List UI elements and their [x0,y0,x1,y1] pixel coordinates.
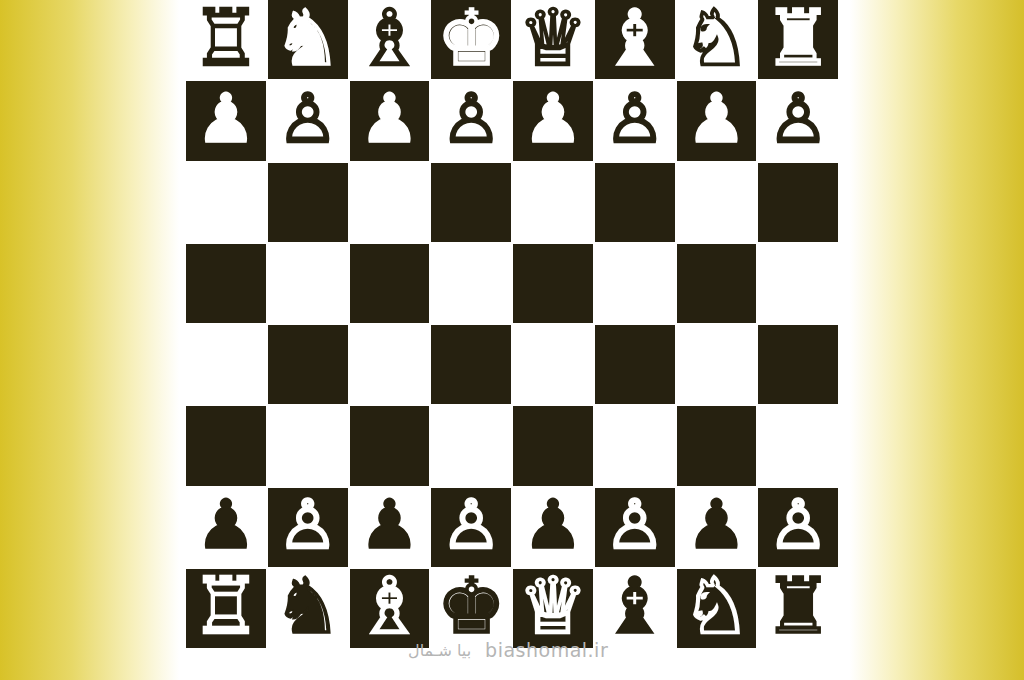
square-g3 [677,406,757,485]
watermark-site-url: biashomal.ir [485,639,608,661]
white-bishop-icon: ♝ [600,0,670,77]
white-rook-icon: ♖ [191,0,261,77]
square-h3 [758,406,838,485]
square-f7: ♙ [595,81,675,160]
square-c3 [350,406,430,485]
black-rook-icon: ♜ [763,567,833,645]
square-d6 [431,163,511,242]
white-knight-icon: ♞ [273,0,343,77]
chess-board: ♖♞♗♚♕♝♘♜♟♙♟♙♟♙♟♙♟♙♟♙♟♙♟♙♖♞♗♚♕♝♘♜ [186,0,838,648]
square-f4 [595,325,675,404]
square-a6 [186,163,266,242]
square-e5 [513,244,593,323]
square-b1: ♞ [268,569,348,648]
square-g4 [677,325,757,404]
square-b3 [268,406,348,485]
square-b7: ♙ [268,81,348,160]
square-h1: ♜ [758,569,838,648]
square-b5 [268,244,348,323]
square-c4 [350,325,430,404]
square-d8: ♚ [431,0,511,79]
black-queen-icon: ♕ [518,567,588,645]
white-pawn-icon: ♟ [195,85,256,153]
square-h5 [758,244,838,323]
watermark-persian-text: بیا شـمال [408,641,471,660]
square-b6 [268,163,348,242]
black-pawn-icon: ♙ [604,491,665,559]
square-a4 [186,325,266,404]
square-a3 [186,406,266,485]
square-f2: ♙ [595,488,675,567]
square-d7: ♙ [431,81,511,160]
white-pawn-icon: ♙ [768,85,829,153]
black-pawn-icon: ♙ [768,491,829,559]
black-pawn-icon: ♙ [441,491,502,559]
square-a1: ♖ [186,569,266,648]
square-d5 [431,244,511,323]
black-pawn-icon: ♙ [277,491,338,559]
black-knight-icon: ♘ [681,567,751,645]
square-g1: ♘ [677,569,757,648]
square-g8: ♘ [677,0,757,79]
square-b8: ♞ [268,0,348,79]
white-pawn-icon: ♟ [359,85,420,153]
square-h4 [758,325,838,404]
square-c2: ♟ [350,488,430,567]
square-g5 [677,244,757,323]
black-rook-icon: ♖ [191,567,261,645]
black-bishop-icon: ♝ [600,567,670,645]
square-d2: ♙ [431,488,511,567]
square-h8: ♜ [758,0,838,79]
square-a2: ♟ [186,488,266,567]
square-b4 [268,325,348,404]
watermark: بیا شـمال biashomal.ir [408,636,608,664]
square-f8: ♝ [595,0,675,79]
white-queen-icon: ♕ [518,0,588,77]
square-e6 [513,163,593,242]
white-pawn-icon: ♟ [686,85,747,153]
white-bishop-icon: ♗ [354,0,424,77]
square-a8: ♖ [186,0,266,79]
square-a7: ♟ [186,81,266,160]
black-pawn-icon: ♟ [195,491,256,559]
square-g6 [677,163,757,242]
white-rook-icon: ♜ [763,0,833,77]
white-pawn-icon: ♙ [441,85,502,153]
square-a5 [186,244,266,323]
black-bishop-icon: ♗ [354,567,424,645]
white-king-icon: ♚ [436,0,506,77]
black-king-icon: ♚ [436,567,506,645]
square-h6 [758,163,838,242]
square-g7: ♟ [677,81,757,160]
white-pawn-icon: ♙ [277,85,338,153]
square-c6 [350,163,430,242]
square-b2: ♙ [268,488,348,567]
white-pawn-icon: ♟ [522,85,583,153]
square-c5 [350,244,430,323]
square-c8: ♗ [350,0,430,79]
poster-background: ♖♞♗♚♕♝♘♜♟♙♟♙♟♙♟♙♟♙♟♙♟♙♟♙♖♞♗♚♕♝♘♜ بیا شـم… [0,0,1024,680]
black-pawn-icon: ♟ [686,491,747,559]
square-e8: ♕ [513,0,593,79]
square-f5 [595,244,675,323]
black-pawn-icon: ♟ [522,491,583,559]
square-h7: ♙ [758,81,838,160]
square-g2: ♟ [677,488,757,567]
square-f3 [595,406,675,485]
black-pawn-icon: ♟ [359,491,420,559]
square-e3 [513,406,593,485]
white-knight-icon: ♘ [681,0,751,77]
square-d3 [431,406,511,485]
white-pawn-icon: ♙ [604,85,665,153]
square-e2: ♟ [513,488,593,567]
square-c7: ♟ [350,81,430,160]
square-e7: ♟ [513,81,593,160]
square-f6 [595,163,675,242]
black-knight-icon: ♞ [273,567,343,645]
square-h2: ♙ [758,488,838,567]
square-e4 [513,325,593,404]
square-d4 [431,325,511,404]
